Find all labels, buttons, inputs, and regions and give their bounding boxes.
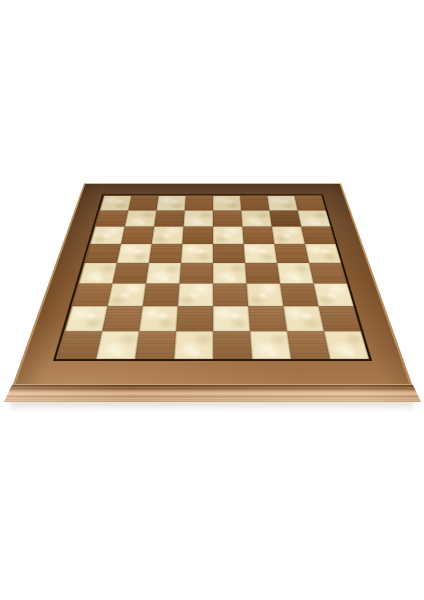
square-a5: [85, 244, 121, 263]
square-c6: [151, 226, 183, 243]
square-a7: [95, 210, 128, 226]
square-g5: [274, 244, 309, 263]
square-c3: [142, 283, 179, 306]
square-a2: [65, 306, 107, 331]
square-d2: [176, 306, 213, 331]
square-d6: [182, 226, 213, 243]
square-h7: [297, 210, 330, 226]
chess-board: [12, 183, 412, 386]
square-g6: [271, 226, 304, 243]
square-f6: [242, 226, 274, 243]
square-h2: [318, 306, 360, 331]
square-b1: [96, 331, 139, 359]
square-c4: [146, 263, 181, 284]
square-b5: [117, 244, 152, 263]
square-h1: [323, 331, 368, 359]
square-f4: [245, 263, 280, 284]
square-a3: [72, 283, 112, 306]
square-d3: [177, 283, 212, 306]
square-h4: [309, 263, 347, 284]
square-f8: [240, 195, 269, 210]
square-e5: [213, 244, 245, 263]
board-front-molding: [4, 385, 421, 402]
square-a6: [90, 226, 124, 243]
square-e4: [213, 263, 246, 284]
square-f5: [243, 244, 276, 263]
square-e1: [213, 331, 252, 359]
square-c1: [135, 331, 176, 359]
square-g3: [279, 283, 317, 306]
square-e8: [213, 195, 241, 210]
square-f3: [246, 283, 283, 306]
square-b2: [102, 306, 143, 331]
square-d1: [174, 331, 213, 359]
square-e2: [213, 306, 250, 331]
square-d8: [184, 195, 212, 210]
square-g4: [277, 263, 313, 284]
square-e6: [213, 226, 244, 243]
playing-area: [57, 195, 369, 358]
square-g7: [269, 210, 301, 226]
square-a1: [57, 331, 102, 359]
square-f7: [241, 210, 272, 226]
square-h6: [301, 226, 335, 243]
square-b6: [121, 226, 154, 243]
square-e7: [213, 210, 242, 226]
square-b7: [124, 210, 156, 226]
square-f2: [248, 306, 287, 331]
square-e3: [213, 283, 248, 306]
square-c2: [139, 306, 178, 331]
square-g8: [267, 195, 297, 210]
square-b4: [112, 263, 148, 284]
square-a4: [79, 263, 117, 284]
square-h5: [304, 244, 340, 263]
square-d7: [183, 210, 212, 226]
square-c8: [156, 195, 185, 210]
product-photo-canvas: [0, 0, 424, 600]
square-b3: [107, 283, 145, 306]
square-g2: [283, 306, 324, 331]
square-g1: [286, 331, 329, 359]
square-c7: [154, 210, 185, 226]
square-b8: [128, 195, 158, 210]
square-a8: [100, 195, 131, 210]
square-h3: [313, 283, 353, 306]
square-h8: [294, 195, 325, 210]
square-c5: [149, 244, 182, 263]
square-d5: [181, 244, 213, 263]
square-f1: [249, 331, 290, 359]
square-d4: [179, 263, 212, 284]
